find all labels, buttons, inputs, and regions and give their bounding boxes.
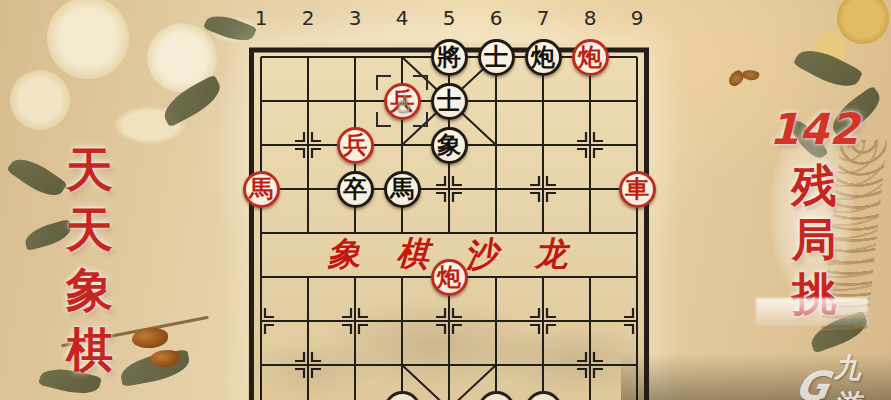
screenshot-stage: 123456789 象棋沙龙 天天象棋 142 残局挑 將士炮炮兵☝士兵象馬卒馬…	[0, 0, 891, 400]
column-label: 2	[285, 5, 332, 31]
watermark: G 九游	[796, 350, 891, 400]
column-label: 6	[473, 5, 520, 31]
board-point-1-4[interactable]: 馬	[238, 167, 285, 211]
piece-layer[interactable]: 將士炮炮兵☝士兵象馬卒馬車炮	[238, 35, 661, 400]
board-point-5-6[interactable]: 炮	[426, 255, 473, 299]
board-point-5-1[interactable]: 將	[426, 35, 473, 79]
piece-cutoff[interactable]	[384, 391, 421, 400]
piece-black[interactable]: 炮	[525, 39, 562, 76]
piece-red[interactable]: 兵	[337, 127, 374, 164]
piece-black[interactable]: 士	[431, 83, 468, 120]
jiuyou-logo-icon: G	[792, 366, 832, 400]
title-char: 天	[66, 206, 113, 253]
piece-cutoff[interactable]	[478, 391, 515, 400]
column-label: 8	[567, 5, 614, 31]
board-point-3-3[interactable]: 兵	[332, 123, 379, 167]
column-label: 5	[426, 5, 473, 31]
piece-black[interactable]: 士	[478, 39, 515, 76]
piece-red[interactable]: 炮	[572, 39, 609, 76]
piece-red[interactable]: 炮	[431, 259, 468, 296]
column-label: 9	[614, 5, 661, 31]
piece-red[interactable]: 車	[619, 171, 656, 208]
board-point-7-9[interactable]	[520, 387, 567, 400]
board-point-6-9[interactable]	[473, 387, 520, 400]
board-point-7-1[interactable]: 炮	[520, 35, 567, 79]
puzzle-label-block: 142 残局挑	[768, 108, 860, 316]
board-point-5-2[interactable]: 士	[426, 79, 473, 123]
column-label: 4	[379, 5, 426, 31]
board-point-3-4[interactable]: 卒	[332, 167, 379, 211]
puzzle-char: 挑	[792, 271, 837, 316]
board-point-4-9[interactable]	[379, 387, 426, 400]
piece-red[interactable]: 馬	[243, 171, 280, 208]
piece-black[interactable]: 象	[431, 127, 468, 164]
column-label: 1	[238, 5, 285, 31]
board-point-4-2[interactable]: 兵☝	[379, 79, 426, 123]
column-label: 7	[520, 5, 567, 31]
watermark-text: 九游	[834, 350, 891, 400]
board-point-9-4[interactable]: 車	[614, 167, 661, 211]
piece-black[interactable]: 將	[431, 39, 468, 76]
puzzle-label-vertical: 残局挑	[768, 163, 860, 316]
board-point-5-3[interactable]: 象	[426, 123, 473, 167]
app-title-vertical: 天天象棋	[66, 146, 113, 373]
title-char: 棋	[66, 326, 113, 373]
board-point-4-4[interactable]: 馬	[379, 167, 426, 211]
puzzle-number: 142	[768, 108, 860, 151]
board-point-8-1[interactable]: 炮	[567, 35, 614, 79]
column-label: 3	[332, 5, 379, 31]
puzzle-char: 残	[792, 163, 837, 208]
column-number-labels: 123456789	[238, 5, 661, 31]
piece-black[interactable]: 卒	[337, 171, 374, 208]
title-char: 象	[66, 266, 113, 313]
piece-black[interactable]: 馬	[384, 171, 421, 208]
puzzle-char: 局	[792, 217, 837, 262]
board-point-6-1[interactable]: 士	[473, 35, 520, 79]
piece-cutoff[interactable]	[525, 391, 562, 400]
title-char: 天	[66, 146, 113, 193]
